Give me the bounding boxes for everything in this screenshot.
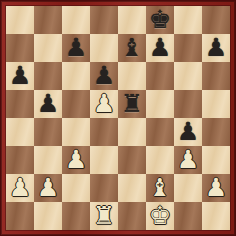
piece-black-rook[interactable]: ♜ [121,90,143,118]
square-f8[interactable]: ♚ [146,6,174,34]
square-c3[interactable]: ♟ [62,146,90,174]
square-c2[interactable] [62,174,90,202]
square-b7[interactable] [34,34,62,62]
piece-black-bishop[interactable]: ♝ [121,34,143,62]
square-g7[interactable] [174,34,202,62]
square-f6[interactable] [146,62,174,90]
piece-black-pawn[interactable]: ♟ [65,34,87,62]
square-a8[interactable] [6,6,34,34]
board-frame: ♚♟♝♟♟♟♟♟♟♜♟♟♟♟♟♝♟♜♚ [0,0,236,236]
square-h5[interactable] [202,90,230,118]
square-g2[interactable] [174,174,202,202]
square-b6[interactable] [34,62,62,90]
square-h2[interactable]: ♟ [202,174,230,202]
square-f1[interactable]: ♚ [146,202,174,230]
square-h1[interactable] [202,202,230,230]
square-f7[interactable]: ♟ [146,34,174,62]
piece-black-pawn[interactable]: ♟ [37,90,59,118]
square-g1[interactable] [174,202,202,230]
square-c4[interactable] [62,118,90,146]
square-a4[interactable] [6,118,34,146]
piece-white-rook[interactable]: ♜ [93,202,115,230]
square-c5[interactable] [62,90,90,118]
square-g8[interactable] [174,6,202,34]
piece-black-pawn[interactable]: ♟ [9,62,31,90]
piece-black-pawn[interactable]: ♟ [149,34,171,62]
piece-white-king[interactable]: ♚ [149,202,171,230]
piece-white-pawn[interactable]: ♟ [93,90,115,118]
square-h4[interactable] [202,118,230,146]
square-a1[interactable] [6,202,34,230]
square-a3[interactable] [6,146,34,174]
square-f5[interactable] [146,90,174,118]
square-f2[interactable]: ♝ [146,174,174,202]
square-d6[interactable]: ♟ [90,62,118,90]
square-g6[interactable] [174,62,202,90]
piece-white-bishop[interactable]: ♝ [149,174,171,202]
square-e7[interactable]: ♝ [118,34,146,62]
square-e6[interactable] [118,62,146,90]
square-c7[interactable]: ♟ [62,34,90,62]
square-g4[interactable]: ♟ [174,118,202,146]
square-h3[interactable] [202,146,230,174]
square-b3[interactable] [34,146,62,174]
piece-black-pawn[interactable]: ♟ [177,118,199,146]
square-d1[interactable]: ♜ [90,202,118,230]
square-h7[interactable]: ♟ [202,34,230,62]
square-a2[interactable]: ♟ [6,174,34,202]
piece-white-pawn[interactable]: ♟ [65,146,87,174]
square-c1[interactable] [62,202,90,230]
square-e8[interactable] [118,6,146,34]
square-g3[interactable]: ♟ [174,146,202,174]
square-g5[interactable] [174,90,202,118]
piece-black-pawn[interactable]: ♟ [205,34,227,62]
square-d5[interactable]: ♟ [90,90,118,118]
square-b4[interactable] [34,118,62,146]
square-d2[interactable] [90,174,118,202]
square-d8[interactable] [90,6,118,34]
square-e2[interactable] [118,174,146,202]
square-b1[interactable] [34,202,62,230]
square-b8[interactable] [34,6,62,34]
piece-white-pawn[interactable]: ♟ [37,174,59,202]
square-a5[interactable] [6,90,34,118]
square-e5[interactable]: ♜ [118,90,146,118]
square-e4[interactable] [118,118,146,146]
square-a6[interactable]: ♟ [6,62,34,90]
square-c8[interactable] [62,6,90,34]
piece-black-pawn[interactable]: ♟ [93,62,115,90]
square-b5[interactable]: ♟ [34,90,62,118]
square-d7[interactable] [90,34,118,62]
square-f3[interactable] [146,146,174,174]
square-c6[interactable] [62,62,90,90]
square-h8[interactable] [202,6,230,34]
piece-white-pawn[interactable]: ♟ [9,174,31,202]
chess-board: ♚♟♝♟♟♟♟♟♟♜♟♟♟♟♟♝♟♜♚ [6,6,230,230]
square-f4[interactable] [146,118,174,146]
square-d3[interactable] [90,146,118,174]
square-b2[interactable]: ♟ [34,174,62,202]
square-e1[interactable] [118,202,146,230]
square-d4[interactable] [90,118,118,146]
piece-black-king[interactable]: ♚ [149,6,171,34]
square-a7[interactable] [6,34,34,62]
square-e3[interactable] [118,146,146,174]
piece-white-pawn[interactable]: ♟ [205,174,227,202]
piece-white-pawn[interactable]: ♟ [177,146,199,174]
square-h6[interactable] [202,62,230,90]
